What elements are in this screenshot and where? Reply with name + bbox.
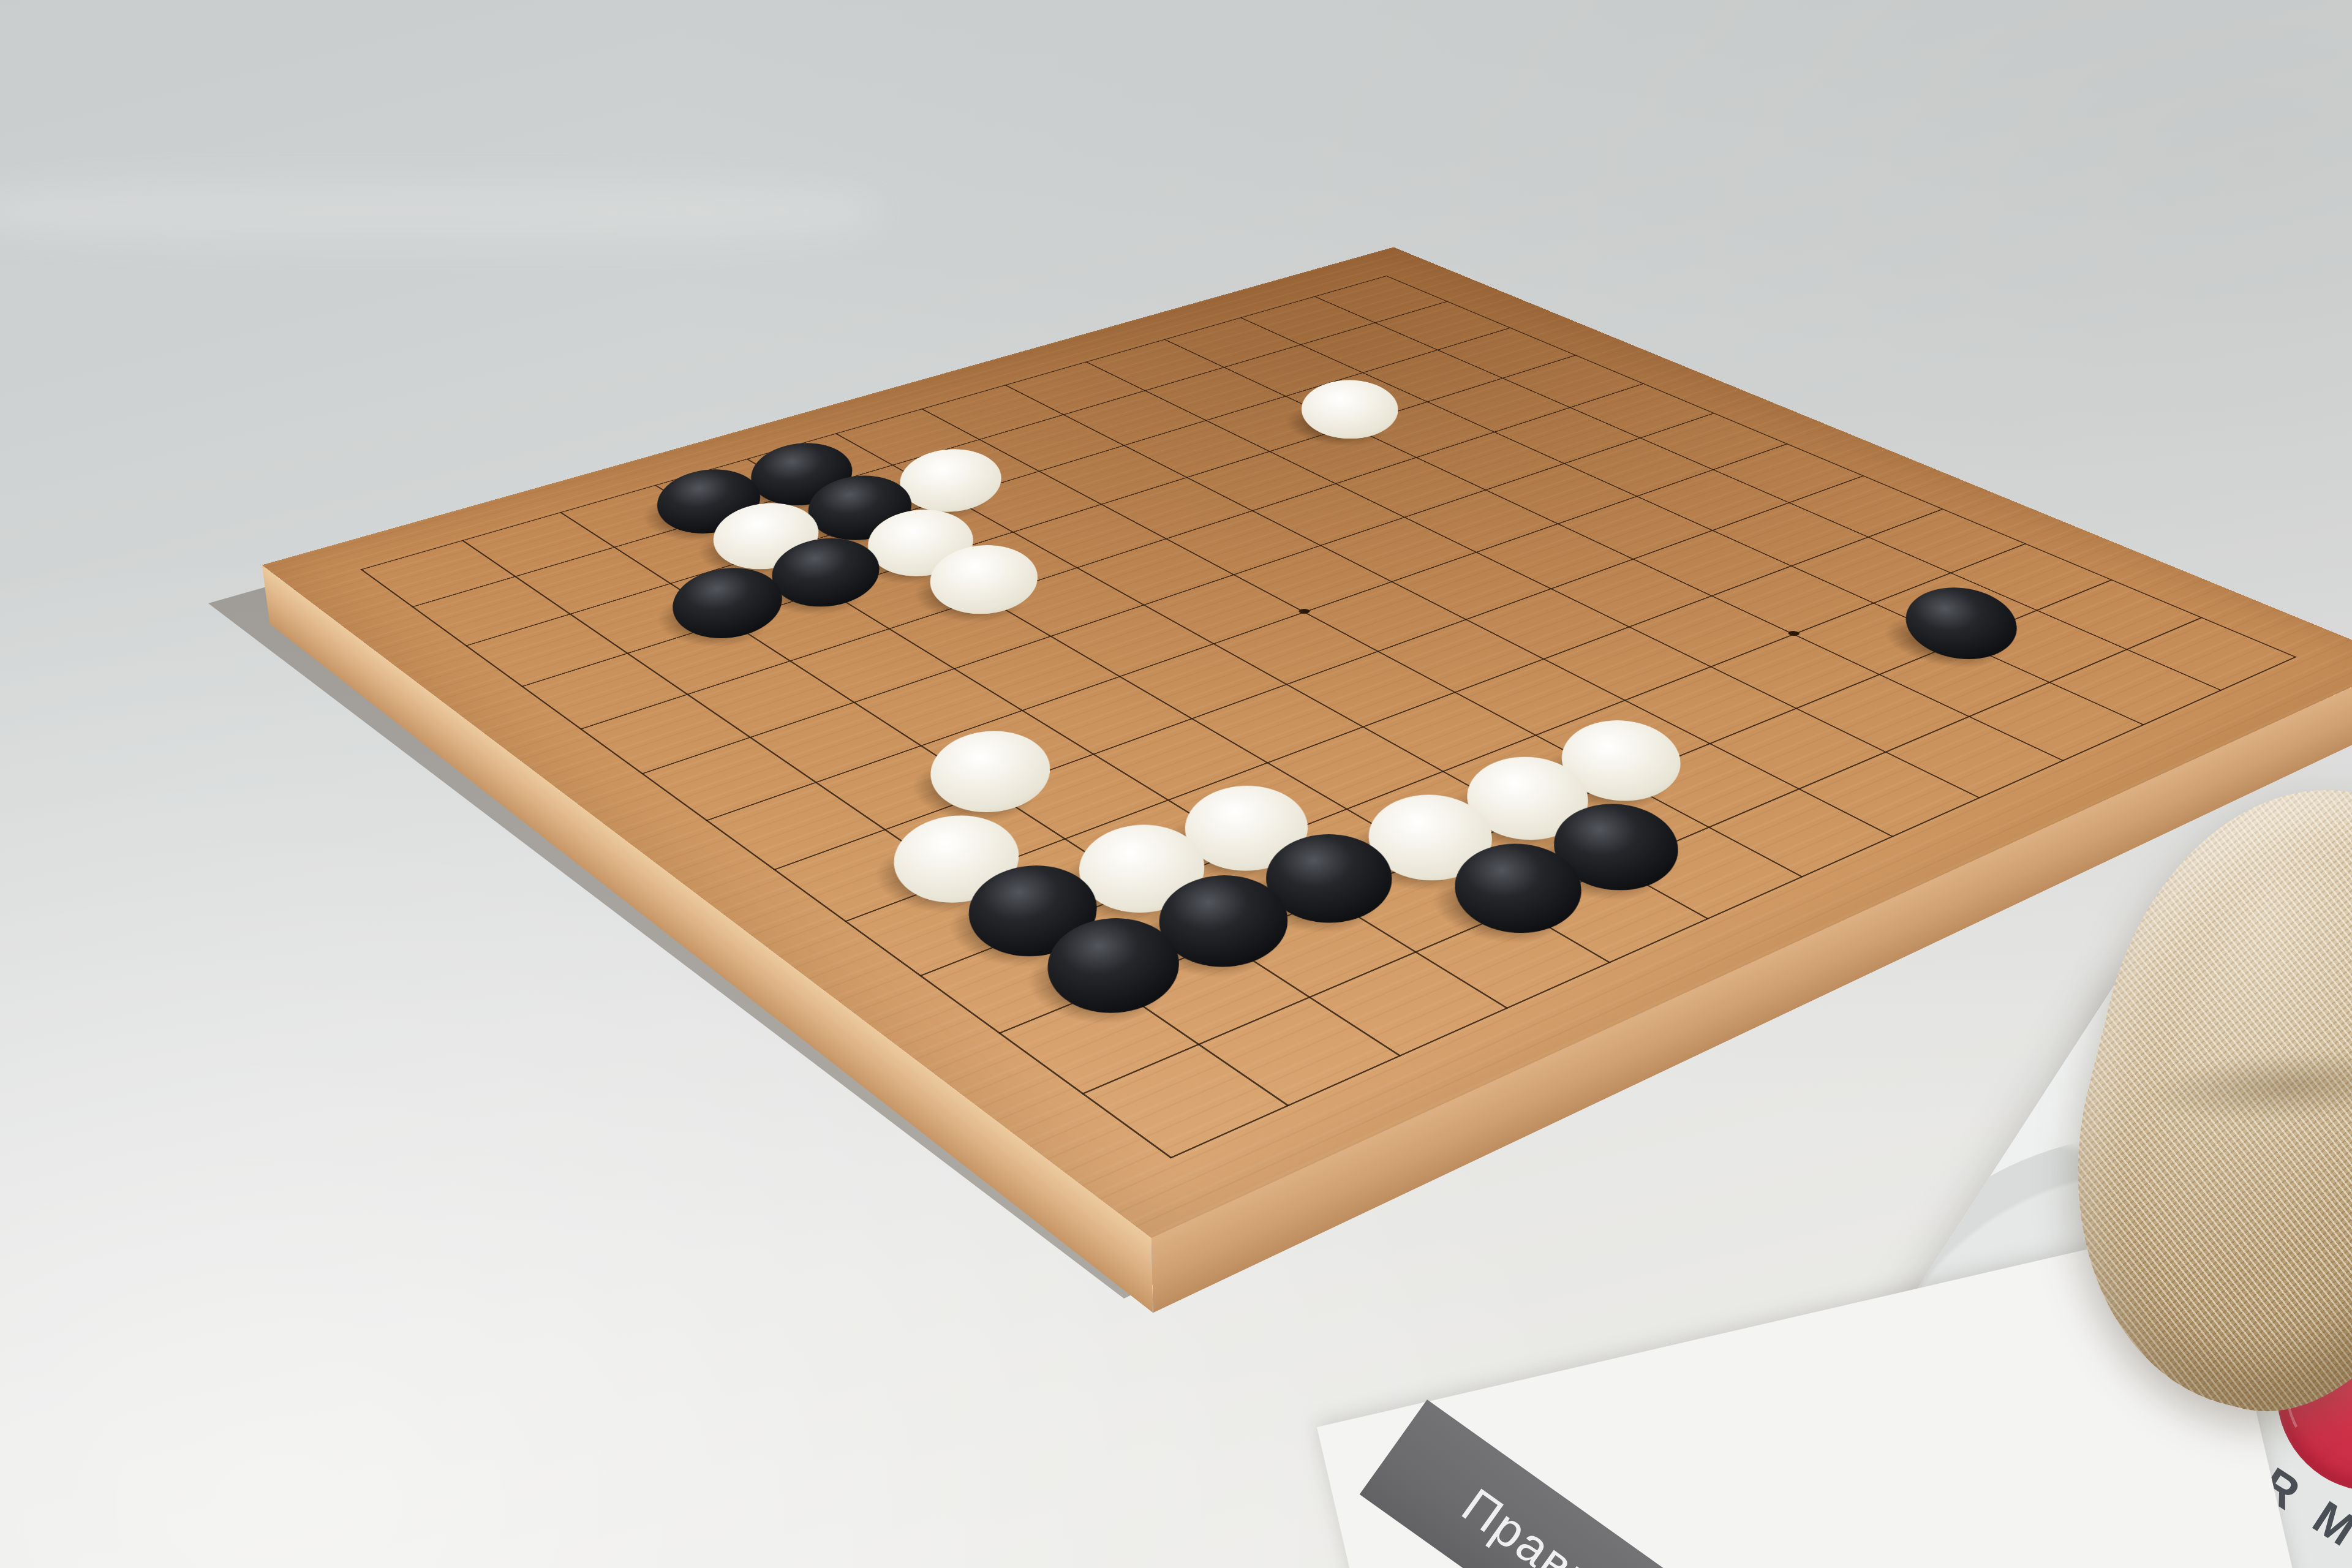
board-scene [0,0,2352,1568]
white-stone-D10 [1302,380,1399,439]
go-board [262,247,2352,1238]
